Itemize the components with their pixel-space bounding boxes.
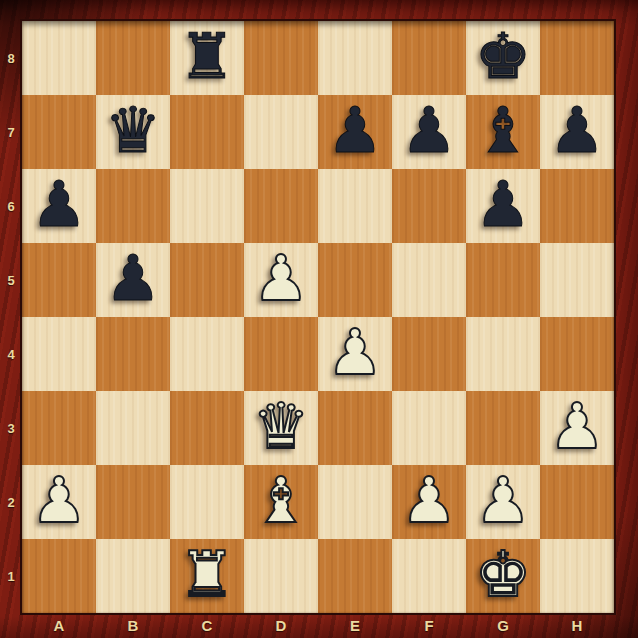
chess-diagram: ♜♚♛♟♟♝♟♟♟♟♟♟♛♟♟♝♟♟♜♚ 87654321 ABCDEFGH <box>0 0 638 638</box>
square-c5[interactable] <box>170 243 244 317</box>
square-g2[interactable]: ♟ <box>466 465 540 539</box>
square-h2[interactable] <box>540 465 614 539</box>
square-e8[interactable] <box>318 21 392 95</box>
square-d3[interactable]: ♛ <box>244 391 318 465</box>
white-bishop[interactable]: ♝ <box>253 469 309 532</box>
square-b6[interactable] <box>96 169 170 243</box>
square-g7[interactable]: ♝ <box>466 95 540 169</box>
white-pawn[interactable]: ♟ <box>253 247 309 310</box>
square-b5[interactable]: ♟ <box>96 243 170 317</box>
black-pawn[interactable]: ♟ <box>475 173 531 236</box>
square-f6[interactable] <box>392 169 466 243</box>
square-b2[interactable] <box>96 465 170 539</box>
black-bishop[interactable]: ♝ <box>475 99 531 162</box>
rank-label-6: 6 <box>0 199 22 214</box>
square-a2[interactable]: ♟ <box>22 465 96 539</box>
square-c6[interactable] <box>170 169 244 243</box>
rank-label-5: 5 <box>0 273 22 288</box>
black-pawn[interactable]: ♟ <box>549 99 605 162</box>
square-a7[interactable] <box>22 95 96 169</box>
square-c8[interactable]: ♜ <box>170 21 244 95</box>
file-label-c: C <box>170 616 244 638</box>
square-f2[interactable]: ♟ <box>392 465 466 539</box>
square-c2[interactable] <box>170 465 244 539</box>
file-label-f: F <box>392 616 466 638</box>
square-g6[interactable]: ♟ <box>466 169 540 243</box>
white-rook[interactable]: ♜ <box>179 543 235 606</box>
file-label-g: G <box>466 616 540 638</box>
square-e1[interactable] <box>318 539 392 613</box>
square-h7[interactable]: ♟ <box>540 95 614 169</box>
rank-label-4: 4 <box>0 347 22 362</box>
square-a3[interactable] <box>22 391 96 465</box>
square-d1[interactable] <box>244 539 318 613</box>
rank-label-8: 8 <box>0 51 22 66</box>
square-d8[interactable] <box>244 21 318 95</box>
square-c4[interactable] <box>170 317 244 391</box>
square-g8[interactable]: ♚ <box>466 21 540 95</box>
square-b1[interactable] <box>96 539 170 613</box>
square-b8[interactable] <box>96 21 170 95</box>
square-f5[interactable] <box>392 243 466 317</box>
square-e7[interactable]: ♟ <box>318 95 392 169</box>
square-e5[interactable] <box>318 243 392 317</box>
square-g4[interactable] <box>466 317 540 391</box>
file-label-b: B <box>96 616 170 638</box>
square-a5[interactable] <box>22 243 96 317</box>
black-king[interactable]: ♚ <box>475 25 531 88</box>
square-g3[interactable] <box>466 391 540 465</box>
file-label-e: E <box>318 616 392 638</box>
square-b3[interactable] <box>96 391 170 465</box>
square-a8[interactable] <box>22 21 96 95</box>
white-pawn[interactable]: ♟ <box>327 321 383 384</box>
rank-label-3: 3 <box>0 421 22 436</box>
square-a4[interactable] <box>22 317 96 391</box>
square-h5[interactable] <box>540 243 614 317</box>
white-pawn[interactable]: ♟ <box>549 395 605 458</box>
square-h1[interactable] <box>540 539 614 613</box>
square-h3[interactable]: ♟ <box>540 391 614 465</box>
square-h6[interactable] <box>540 169 614 243</box>
square-c7[interactable] <box>170 95 244 169</box>
square-d7[interactable] <box>244 95 318 169</box>
square-h8[interactable] <box>540 21 614 95</box>
square-g5[interactable] <box>466 243 540 317</box>
square-g1[interactable]: ♚ <box>466 539 540 613</box>
square-e6[interactable] <box>318 169 392 243</box>
white-pawn[interactable]: ♟ <box>31 469 87 532</box>
black-pawn[interactable]: ♟ <box>31 173 87 236</box>
white-queen[interactable]: ♛ <box>253 395 309 458</box>
black-pawn[interactable]: ♟ <box>105 247 161 310</box>
square-f7[interactable]: ♟ <box>392 95 466 169</box>
square-d2[interactable]: ♝ <box>244 465 318 539</box>
square-d5[interactable]: ♟ <box>244 243 318 317</box>
square-e2[interactable] <box>318 465 392 539</box>
black-rook[interactable]: ♜ <box>179 25 235 88</box>
square-e4[interactable]: ♟ <box>318 317 392 391</box>
square-e3[interactable] <box>318 391 392 465</box>
square-f4[interactable] <box>392 317 466 391</box>
file-label-d: D <box>244 616 318 638</box>
rank-label-2: 2 <box>0 495 22 510</box>
white-pawn[interactable]: ♟ <box>401 469 457 532</box>
square-b7[interactable]: ♛ <box>96 95 170 169</box>
square-c1[interactable]: ♜ <box>170 539 244 613</box>
chess-board: ♜♚♛♟♟♝♟♟♟♟♟♟♛♟♟♝♟♟♜♚ <box>22 21 614 613</box>
square-f8[interactable] <box>392 21 466 95</box>
black-pawn[interactable]: ♟ <box>327 99 383 162</box>
square-b4[interactable] <box>96 317 170 391</box>
rank-label-1: 1 <box>0 569 22 584</box>
black-queen[interactable]: ♛ <box>105 99 161 162</box>
square-d6[interactable] <box>244 169 318 243</box>
square-h4[interactable] <box>540 317 614 391</box>
file-label-a: A <box>22 616 96 638</box>
white-pawn[interactable]: ♟ <box>475 469 531 532</box>
square-f3[interactable] <box>392 391 466 465</box>
file-label-h: H <box>540 616 614 638</box>
square-a6[interactable]: ♟ <box>22 169 96 243</box>
black-pawn[interactable]: ♟ <box>401 99 457 162</box>
white-king[interactable]: ♚ <box>475 543 531 606</box>
square-d4[interactable] <box>244 317 318 391</box>
square-f1[interactable] <box>392 539 466 613</box>
square-c3[interactable] <box>170 391 244 465</box>
square-a1[interactable] <box>22 539 96 613</box>
rank-label-7: 7 <box>0 125 22 140</box>
